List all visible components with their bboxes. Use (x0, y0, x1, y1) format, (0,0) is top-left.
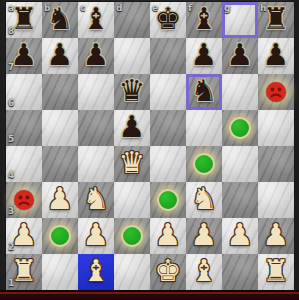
square-e6[interactable] (150, 74, 186, 110)
square-b1[interactable] (42, 254, 78, 290)
white-knight-piece: ♞ (78, 181, 114, 217)
square-e4[interactable] (150, 146, 186, 182)
square-b8[interactable]: b♞ (42, 2, 78, 38)
chess-app-screen: a8♜b♞c♝de♚f♝gh♜7♟♟♟♟♟♟6♛♞5♟4♛3♟♞♞2♟♟♟♟♟♟… (0, 0, 299, 300)
square-g7[interactable]: ♟ (222, 38, 258, 74)
square-e7[interactable] (150, 38, 186, 74)
square-c5[interactable] (78, 110, 114, 146)
black-pawn-piece: ♟ (186, 37, 222, 73)
square-d2[interactable] (114, 218, 150, 254)
file-label-f: f (188, 4, 192, 13)
black-pawn-piece: ♟ (114, 109, 150, 145)
rank-label-6: 6 (8, 99, 14, 108)
rank-label-5: 5 (8, 135, 14, 144)
file-label-e: e (152, 4, 158, 13)
square-h7[interactable]: ♟ (258, 38, 294, 74)
square-b2[interactable] (42, 218, 78, 254)
legal-move-dot[interactable] (121, 225, 143, 247)
square-c7[interactable]: ♟ (78, 38, 114, 74)
square-b7[interactable]: ♟ (42, 38, 78, 74)
square-g1[interactable] (222, 254, 258, 290)
square-b3[interactable]: ♟ (42, 182, 78, 218)
white-king-piece: ♚ (150, 253, 186, 289)
square-h8[interactable]: h♜ (258, 2, 294, 38)
file-label-b: b (44, 4, 50, 13)
square-g5[interactable] (222, 110, 258, 146)
square-g6[interactable] (222, 74, 258, 110)
square-a5[interactable]: 5 (6, 110, 42, 146)
square-g8[interactable]: g (222, 2, 258, 38)
file-label-h: h (260, 4, 266, 13)
square-d1[interactable] (114, 254, 150, 290)
square-b4[interactable] (42, 146, 78, 182)
square-c4[interactable] (78, 146, 114, 182)
square-a4[interactable]: 4 (6, 146, 42, 182)
file-label-c: c (80, 4, 85, 13)
table-edge-strip (0, 290, 299, 300)
square-f3[interactable]: ♞ (186, 182, 222, 218)
square-a1[interactable]: 1♜ (6, 254, 42, 290)
square-f8[interactable]: f♝ (186, 2, 222, 38)
file-label-a: a (8, 4, 14, 13)
black-pawn-piece: ♟ (222, 37, 258, 73)
white-pawn-piece: ♟ (258, 217, 294, 253)
white-queen-piece: ♛ (114, 145, 150, 181)
square-b5[interactable] (42, 110, 78, 146)
square-e1[interactable]: ♚ (150, 254, 186, 290)
legal-move-dot[interactable] (49, 225, 71, 247)
black-pawn-piece: ♟ (78, 37, 114, 73)
square-g4[interactable] (222, 146, 258, 182)
square-h2[interactable]: ♟ (258, 218, 294, 254)
legal-move-dot[interactable] (193, 153, 215, 175)
white-pawn-piece: ♟ (42, 181, 78, 217)
square-e8[interactable]: e♚ (150, 2, 186, 38)
square-h5[interactable] (258, 110, 294, 146)
square-f5[interactable] (186, 110, 222, 146)
square-g2[interactable]: ♟ (222, 218, 258, 254)
square-b6[interactable] (42, 74, 78, 110)
square-g3[interactable] (222, 182, 258, 218)
square-c1[interactable]: ♝ (78, 254, 114, 290)
file-label-g: g (224, 4, 230, 13)
white-bishop-piece: ♝ (78, 253, 114, 289)
rank-label-1: 1 (8, 279, 14, 288)
rank-label-4: 4 (8, 171, 14, 180)
rank-label-8: 8 (8, 27, 14, 36)
square-a6[interactable]: 6 (6, 74, 42, 110)
square-a8[interactable]: a8♜ (6, 2, 42, 38)
rank-label-2: 2 (8, 243, 14, 252)
square-d4[interactable]: ♛ (114, 146, 150, 182)
square-f2[interactable]: ♟ (186, 218, 222, 254)
square-e3[interactable] (150, 182, 186, 218)
square-c2[interactable]: ♟ (78, 218, 114, 254)
square-c6[interactable] (78, 74, 114, 110)
legal-move-dot[interactable] (229, 117, 251, 139)
black-knight-piece: ♞ (186, 73, 222, 109)
square-d8[interactable]: d (114, 2, 150, 38)
square-f7[interactable]: ♟ (186, 38, 222, 74)
square-h6[interactable] (258, 74, 294, 110)
white-pawn-piece: ♟ (222, 217, 258, 253)
square-h4[interactable] (258, 146, 294, 182)
square-d7[interactable] (114, 38, 150, 74)
white-pawn-piece: ♟ (186, 217, 222, 253)
danger-sad-face-icon[interactable] (14, 190, 35, 211)
rank-label-3: 3 (8, 207, 14, 216)
black-pawn-piece: ♟ (258, 37, 294, 73)
square-a3[interactable]: 3 (6, 182, 42, 218)
square-d5[interactable]: ♟ (114, 110, 150, 146)
square-c8[interactable]: c♝ (78, 2, 114, 38)
square-f6[interactable]: ♞ (186, 74, 222, 110)
black-pawn-piece: ♟ (42, 37, 78, 73)
square-a7[interactable]: 7♟ (6, 38, 42, 74)
square-e5[interactable] (150, 110, 186, 146)
square-a2[interactable]: 2♟ (6, 218, 42, 254)
square-e2[interactable]: ♟ (150, 218, 186, 254)
square-h3[interactable] (258, 182, 294, 218)
square-f1[interactable]: ♝ (186, 254, 222, 290)
white-bishop-piece: ♝ (186, 253, 222, 289)
square-h1[interactable]: ♜ (258, 254, 294, 290)
square-d6[interactable]: ♛ (114, 74, 150, 110)
white-knight-piece: ♞ (186, 181, 222, 217)
square-f4[interactable] (186, 146, 222, 182)
square-d3[interactable] (114, 182, 150, 218)
rank-label-7: 7 (8, 63, 14, 72)
black-queen-piece: ♛ (114, 73, 150, 109)
white-rook-piece: ♜ (258, 253, 294, 289)
file-label-d: d (116, 4, 122, 13)
white-pawn-piece: ♟ (150, 217, 186, 253)
white-pawn-piece: ♟ (78, 217, 114, 253)
chess-board: a8♜b♞c♝de♚f♝gh♜7♟♟♟♟♟♟6♛♞5♟4♛3♟♞♞2♟♟♟♟♟♟… (6, 2, 294, 290)
danger-sad-face-icon[interactable] (266, 82, 287, 103)
legal-move-dot[interactable] (157, 189, 179, 211)
square-c3[interactable]: ♞ (78, 182, 114, 218)
